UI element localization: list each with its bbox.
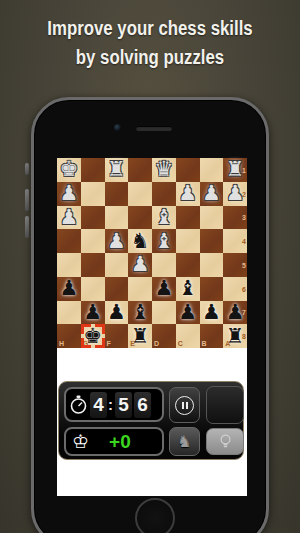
square-b6[interactable] xyxy=(200,277,224,301)
square-a2[interactable]: 2♟ xyxy=(223,182,247,206)
black-pawn-d6: ♟ xyxy=(154,278,173,299)
square-c5[interactable] xyxy=(176,253,200,277)
score-display: ♔ +0 xyxy=(64,427,164,456)
white-pawn-c2: ♟ xyxy=(178,183,197,204)
white-rook-a1: ♜ xyxy=(226,159,245,180)
pause-button[interactable] xyxy=(169,387,200,423)
square-h8[interactable]: H xyxy=(57,324,81,348)
square-f6[interactable] xyxy=(105,277,129,301)
control-panel: 4 : 5 6 ♔ +0 xyxy=(58,381,244,460)
black-rook-e8: ♜ xyxy=(131,326,150,347)
square-a8[interactable]: A8♜ xyxy=(223,324,247,348)
square-e5[interactable]: ♟ xyxy=(128,253,152,277)
black-bishop-e7: ♝ xyxy=(131,302,150,323)
square-e7[interactable]: ♝ xyxy=(128,301,152,325)
square-e4[interactable]: ♞ xyxy=(128,229,152,253)
square-c7[interactable]: ♟ xyxy=(176,301,200,325)
square-h7[interactable] xyxy=(57,301,81,325)
square-c6[interactable]: ♝ xyxy=(176,277,200,301)
square-h5[interactable] xyxy=(57,253,81,277)
square-f8[interactable]: F xyxy=(105,324,129,348)
square-f7[interactable]: ♟ xyxy=(105,301,129,325)
black-rook-a8: ♜ xyxy=(226,326,245,347)
square-a1[interactable]: 1♜ xyxy=(223,158,247,182)
square-c4[interactable] xyxy=(176,229,200,253)
board-theme-button[interactable] xyxy=(206,386,244,424)
square-d1[interactable]: ♛ xyxy=(152,158,176,182)
black-pawn-f7: ♟ xyxy=(107,302,126,323)
square-c1[interactable] xyxy=(176,158,200,182)
square-g5[interactable] xyxy=(81,253,105,277)
square-b3[interactable] xyxy=(200,206,224,230)
file-label-c: C xyxy=(178,340,183,347)
square-f3[interactable] xyxy=(105,206,129,230)
square-e6[interactable] xyxy=(128,277,152,301)
score-value: +0 xyxy=(109,431,131,453)
timer-display: 4 : 5 6 xyxy=(64,387,164,422)
earpiece-speaker xyxy=(136,126,172,131)
square-c3[interactable] xyxy=(176,206,200,230)
square-h3[interactable]: ♟ xyxy=(57,206,81,230)
home-button xyxy=(135,498,175,533)
heading-line-2: by solving puzzles xyxy=(24,43,276,72)
white-pawn-f4: ♟ xyxy=(107,231,126,252)
square-b4[interactable] xyxy=(200,229,224,253)
pieces-button[interactable]: ♞ xyxy=(169,427,200,456)
square-g8[interactable]: G♚ xyxy=(81,324,105,348)
phone-screen: ♚♜♛1♜♟♟♟2♟♟♝3♟♞♝4♟5♟♟♝6♟♟♝♟♟7♟HG♚FE♜DCBA… xyxy=(57,158,247,496)
square-g3[interactable] xyxy=(81,206,105,230)
phone-volume-down-button xyxy=(25,216,29,238)
pause-circle-icon xyxy=(175,396,194,415)
lightbulb-icon xyxy=(219,434,232,450)
square-a5[interactable]: 5 xyxy=(223,253,247,277)
square-e3[interactable] xyxy=(128,206,152,230)
square-f1[interactable]: ♜ xyxy=(105,158,129,182)
white-king-h1: ♚ xyxy=(59,159,78,180)
black-bishop-c6: ♝ xyxy=(178,278,197,299)
hint-button[interactable] xyxy=(206,428,244,455)
square-c2[interactable]: ♟ xyxy=(176,182,200,206)
file-label-b: B xyxy=(202,340,207,347)
square-d7[interactable] xyxy=(152,301,176,325)
square-d5[interactable] xyxy=(152,253,176,277)
rank-label-4: 4 xyxy=(242,238,246,245)
square-g6[interactable] xyxy=(81,277,105,301)
square-g4[interactable] xyxy=(81,229,105,253)
black-king-g8: ♚ xyxy=(83,326,102,347)
white-pawn-a2: ♟ xyxy=(226,183,245,204)
chess-board[interactable]: ♚♜♛1♜♟♟♟2♟♟♝3♟♞♝4♟5♟♟♝6♟♟♝♟♟7♟HG♚FE♜DCBA… xyxy=(57,158,247,348)
marketing-heading: Improve your chess skills by solving puz… xyxy=(0,14,300,72)
stopwatch-icon xyxy=(69,395,88,415)
square-b5[interactable] xyxy=(200,253,224,277)
file-label-f: F xyxy=(107,340,111,347)
rank-label-5: 5 xyxy=(242,261,246,268)
square-c8[interactable]: C xyxy=(176,324,200,348)
black-knight-e4: ♞ xyxy=(131,231,150,252)
square-h6[interactable]: ♟ xyxy=(57,277,81,301)
square-e8[interactable]: E♜ xyxy=(128,324,152,348)
black-pawn-h6: ♟ xyxy=(59,278,78,299)
front-camera-icon xyxy=(114,124,121,131)
black-pawn-a7: ♟ xyxy=(226,302,245,323)
square-a6[interactable]: 6 xyxy=(223,277,247,301)
square-h2[interactable]: ♟ xyxy=(57,182,81,206)
square-d6[interactable]: ♟ xyxy=(152,277,176,301)
square-g1[interactable] xyxy=(81,158,105,182)
square-d3[interactable]: ♝ xyxy=(152,206,176,230)
square-d2[interactable] xyxy=(152,182,176,206)
square-a4[interactable]: 4 xyxy=(223,229,247,253)
black-pawn-b7: ♟ xyxy=(202,302,221,323)
page: Improve your chess skills by solving puz… xyxy=(0,0,300,533)
white-bishop-d3: ♝ xyxy=(154,207,173,228)
file-label-h: H xyxy=(59,340,64,347)
square-e1[interactable] xyxy=(128,158,152,182)
white-rook-f1: ♜ xyxy=(107,159,126,180)
phone-mute-switch xyxy=(25,163,29,175)
square-d8[interactable]: D xyxy=(152,324,176,348)
square-g2[interactable] xyxy=(81,182,105,206)
phone-volume-up-button xyxy=(25,189,29,211)
rank-label-3: 3 xyxy=(242,214,246,221)
square-h4[interactable] xyxy=(57,229,81,253)
timer-minute-digit: 4 xyxy=(90,392,107,418)
file-label-d: D xyxy=(154,340,159,347)
square-f2[interactable] xyxy=(105,182,129,206)
square-a3[interactable]: 3 xyxy=(223,206,247,230)
timer-colon: : xyxy=(108,396,113,413)
black-pawn-g7: ♟ xyxy=(83,302,102,323)
white-pawn-h3: ♟ xyxy=(59,207,78,228)
square-b1[interactable] xyxy=(200,158,224,182)
white-pawn-e5: ♟ xyxy=(131,254,150,275)
square-f5[interactable] xyxy=(105,253,129,277)
phone-frame: ♚♜♛1♜♟♟♟2♟♟♝3♟♞♝4♟5♟♟♝6♟♟♝♟♟7♟HG♚FE♜DCBA… xyxy=(31,97,269,533)
white-pawn-b2: ♟ xyxy=(202,183,221,204)
knight-icon: ♞ xyxy=(177,434,191,450)
timer-seconds-ones-digit: 6 xyxy=(134,392,151,418)
square-d4[interactable]: ♝ xyxy=(152,229,176,253)
timer-seconds-tens-digit: 5 xyxy=(115,392,132,418)
rank-label-6: 6 xyxy=(242,285,246,292)
square-f4[interactable]: ♟ xyxy=(105,229,129,253)
black-pawn-c7: ♟ xyxy=(178,302,197,323)
white-pawn-h2: ♟ xyxy=(59,183,78,204)
square-g7[interactable]: ♟ xyxy=(81,301,105,325)
square-e2[interactable] xyxy=(128,182,152,206)
square-a7[interactable]: 7♟ xyxy=(223,301,247,325)
square-b8[interactable]: B xyxy=(200,324,224,348)
white-queen-d1: ♛ xyxy=(154,159,173,180)
square-b2[interactable]: ♟ xyxy=(200,182,224,206)
square-h1[interactable]: ♚ xyxy=(57,158,81,182)
white-king-icon: ♔ xyxy=(72,432,89,451)
heading-line-1: Improve your chess skills xyxy=(24,14,276,43)
white-bishop-d4: ♝ xyxy=(154,231,173,252)
square-b7[interactable]: ♟ xyxy=(200,301,224,325)
